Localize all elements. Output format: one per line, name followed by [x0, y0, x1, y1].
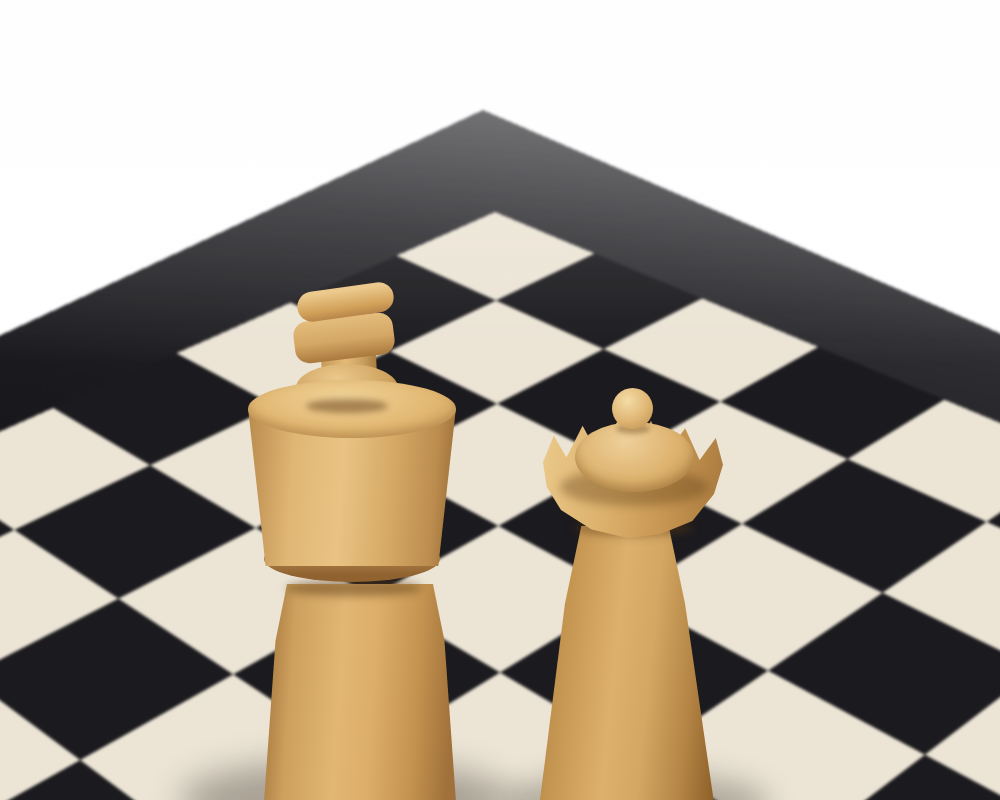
white-queen-piece[interactable]: ♕ [0, 0, 1000, 800]
chess-photo-scene: ♔ ♕ [0, 0, 1000, 800]
queen-ball-finial [612, 388, 653, 429]
queen-body-cone [534, 526, 716, 800]
white-queen-glyph: ♕ [0, 0, 1, 1]
